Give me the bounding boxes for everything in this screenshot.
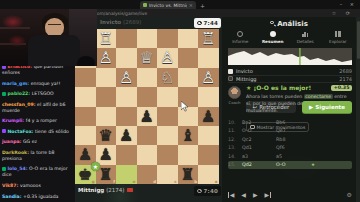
chat-message: Krumpli: f4 y a romper [2, 118, 73, 124]
square-a5[interactable]: ♟ [198, 107, 219, 126]
square-f7[interactable]: ♟ [96, 145, 117, 164]
black-p-piece[interactable]: ♟ [96, 145, 117, 164]
details-icon [302, 31, 308, 37]
search-icon [270, 21, 275, 26]
square-f3[interactable] [96, 68, 117, 87]
white-n-piece[interactable]: ♘ [157, 68, 178, 87]
playback-controls[interactable]: ◀ ◀ ▶ ▶ ⚙ [228, 191, 352, 198]
browser-tabstrip: Invicto vs. Mittnigg - Análisis × + – × [0, 0, 360, 9]
player-flag-badge [127, 188, 133, 192]
black-move[interactable]: O-O [276, 162, 310, 167]
next-button[interactable]: ▶ Siguiente [302, 101, 352, 113]
move-number: 15. [228, 162, 242, 167]
jump-start-icon[interactable]: ◀ [228, 191, 234, 198]
panel-tab-informe[interactable]: Informe [224, 30, 257, 50]
square-g6[interactable] [75, 126, 96, 145]
square-a7[interactable] [198, 145, 219, 164]
black-p-piece[interactable]: ♟ [116, 126, 137, 145]
chat-text: enroque ya!! [31, 81, 61, 86]
jump-end-icon[interactable]: ▶ [265, 191, 271, 198]
square-d4[interactable] [137, 87, 158, 106]
square-c2[interactable]: ♙ [157, 48, 178, 67]
summary-icon [270, 31, 276, 37]
panel-scrollbar[interactable] [356, 17, 360, 202]
panel-tab-resumen[interactable]: Resumen [257, 30, 290, 50]
chat-message: maria_gm: enroque ya!! [2, 81, 73, 87]
clock-icon [197, 189, 202, 194]
square-d7[interactable] [137, 145, 158, 164]
move-list[interactable]: 10.Be2Bb611.O-OQe712.Qc2Rb813.Qd1Qf614.a… [228, 118, 352, 169]
chat-username[interactable]: lolo_54: [8, 166, 30, 171]
back-icon: ↩ [253, 104, 258, 110]
white-p-piece[interactable]: ♙ [157, 48, 178, 67]
square-e4[interactable] [116, 87, 137, 106]
players-table: Invicto2689Mittnigg2174 [228, 68, 352, 83]
black-move[interactable]: Bb6 [276, 120, 310, 125]
chat-message: pablo22: LETSGOO [2, 91, 73, 97]
explore-icon [335, 31, 341, 37]
file-coordinate: b [194, 179, 197, 184]
square-d1[interactable] [137, 29, 158, 48]
chat-message: Vik87: vamooos [2, 183, 73, 189]
shelf [0, 43, 26, 45]
square-a2[interactable] [198, 48, 219, 67]
chat-message: Sandia: +0.35 igualada [2, 194, 73, 200]
streamer-body [28, 35, 80, 66]
best-move-star-icon: ★ [246, 84, 251, 91]
next-move-icon[interactable]: ▶ [253, 191, 258, 198]
square-d8[interactable]: d [137, 165, 158, 184]
tab-title: Invicto vs. Mittnigg - Análisis [149, 3, 187, 8]
square-d5[interactable]: ♟ [137, 107, 158, 126]
square-f4[interactable] [96, 87, 117, 106]
chat-username[interactable]: chessfan_09: [2, 102, 37, 107]
player-row-black: Mittnigg2174 [228, 76, 352, 84]
move-number: 11. [228, 128, 242, 133]
square-a8[interactable]: a [198, 165, 219, 184]
chat-username[interactable]: juanpa: [2, 139, 23, 144]
square-e7[interactable] [116, 145, 137, 164]
square-e6[interactable]: ♟ [116, 126, 137, 145]
shelf [0, 27, 30, 29]
report-icon [237, 31, 243, 37]
black-q-piece[interactable]: ♛ [96, 126, 117, 145]
chat-text: vamooos [20, 183, 41, 188]
prev-move-icon[interactable]: ◀ [241, 191, 246, 198]
top-player-clock: 7:44 [194, 18, 221, 28]
webcam-feed [0, 9, 97, 66]
top-player-name: Invicto (2689) [100, 19, 141, 25]
site-favicon [143, 3, 147, 7]
bottom-player-clock: 7:40 [194, 186, 221, 196]
square-e1[interactable] [116, 29, 137, 48]
chat-username[interactable]: Sandia: [2, 194, 23, 199]
move-number: 13. [228, 145, 242, 150]
move-row[interactable]: 11.O-OQe7 [228, 127, 352, 136]
player-name: Mittnigg [236, 76, 339, 82]
square-e8[interactable]: e [116, 165, 137, 184]
square-d6[interactable] [137, 126, 158, 145]
player-row-white: Invicto2689 [228, 68, 352, 76]
black-move[interactable]: a5 [276, 154, 310, 159]
square-b2[interactable] [178, 48, 199, 67]
evaluation-graph[interactable] [228, 48, 352, 65]
square-a6[interactable] [198, 126, 219, 145]
chat-username[interactable]: DarkRook: [2, 150, 31, 155]
square-c3[interactable]: ♘ [157, 68, 178, 87]
square-c6[interactable] [157, 126, 178, 145]
move-row[interactable]: 10.Be2Bb6 [228, 118, 352, 127]
panel-tab-explorar[interactable]: Explorar [322, 30, 355, 50]
chat-message: lolo_54: O-O era la mejor dice [2, 166, 73, 178]
square-e3[interactable]: ♙ [116, 68, 137, 87]
best-move-star-icon: ★ [91, 162, 100, 171]
black-b-piece[interactable]: ♝ [178, 126, 199, 145]
tab-label: Explorar [322, 39, 355, 44]
new-tab-button[interactable]: + [200, 2, 205, 9]
white-p-piece[interactable]: ♙ [116, 68, 137, 87]
file-coordinate: a [215, 179, 218, 184]
tab-label: Informe [224, 39, 257, 44]
chat-username[interactable]: NoctaFox: [8, 129, 36, 134]
file-coordinate: d [153, 179, 156, 184]
move-row[interactable]: 12.Qc2Rb8 [228, 135, 352, 144]
chat-message: DarkRook: la torre b8 presiona [2, 150, 73, 162]
square-a1[interactable]: ♖ [198, 29, 219, 48]
panel-tab-detalles[interactable]: Detalles [289, 30, 322, 50]
coach-avatar [228, 86, 241, 99]
move-number: 12. [228, 137, 242, 142]
chat-text: +0.35 igualada [23, 194, 58, 199]
square-e5[interactable] [116, 107, 137, 126]
panel-title: Análisis [222, 20, 356, 28]
square-c7[interactable] [157, 145, 178, 164]
chat-username[interactable]: maria_gm: [2, 81, 31, 86]
square-b3[interactable] [178, 68, 199, 87]
microphone [77, 56, 95, 66]
bottom-player-bar: Mittnigg (2174) 7:40 [75, 186, 221, 198]
analysis-panel: Análisis InformeResumenDetallesExplorar … [222, 17, 360, 202]
square-g4[interactable] [75, 87, 96, 106]
window-controls[interactable]: – × [340, 1, 357, 7]
stream-frame: Invicto vs. Mittnigg - Análisis × + – × … [0, 0, 360, 202]
square-c8[interactable]: c [157, 165, 178, 184]
square-b6[interactable]: ♝ [178, 126, 199, 145]
chat-badge-icon [2, 92, 6, 96]
browser-tab[interactable]: Invicto vs. Mittnigg - Análisis × [140, 1, 196, 9]
move-row[interactable]: 15.Qd2O-O★ [228, 161, 352, 170]
white-q-piece[interactable]: ♕ [137, 48, 158, 67]
black-move[interactable]: Rb8 [276, 137, 310, 142]
player-rating: 2689 [339, 68, 352, 74]
player-name: Invicto [236, 68, 339, 74]
chat-message: chessfan_09: el alfil de b6 muerde [2, 102, 73, 114]
chat-text: LETSGOO [32, 91, 54, 96]
square-c5[interactable] [157, 107, 178, 126]
white-move[interactable]: Be2 [242, 120, 276, 125]
close-tab-icon[interactable]: × [189, 2, 193, 8]
move-row[interactable]: 13.Qd1Qf6 [228, 144, 352, 153]
eval-badge: +0.35 [331, 85, 352, 91]
square-d2[interactable]: ♕ [137, 48, 158, 67]
chat-text: f4 y a romper [26, 118, 57, 123]
bookmark-refresh-icons[interactable]: ☆ ⟳ [332, 10, 354, 16]
bottom-player-name: Mittnigg (2174) [78, 187, 133, 193]
chat-message: juanpa: GG ez [2, 139, 73, 145]
best-move-text: ¡O-O es la mejor! [253, 84, 329, 91]
file-coordinate: e [133, 179, 136, 184]
chat-panel[interactable]: ElTactico: qué partidón señoresmaria_gm:… [0, 60, 75, 202]
move-number: 10. [228, 120, 242, 125]
chat-username[interactable]: Krumpli: [2, 118, 26, 123]
square-e2[interactable] [116, 48, 137, 67]
square-f6[interactable]: ♛ [96, 126, 117, 145]
square-f5[interactable] [96, 107, 117, 126]
back-button[interactable]: ↩ Retroceder [246, 101, 296, 113]
white-move[interactable]: Qc2 [242, 137, 276, 142]
coach-label: Coach [224, 100, 245, 105]
file-coordinate: c [174, 179, 176, 184]
square-a4[interactable] [198, 87, 219, 106]
chat-text: GG ez [23, 139, 37, 144]
next-icon: ▶ [309, 104, 313, 110]
file-coordinate: g [92, 179, 95, 184]
square-a3[interactable]: ♙ [198, 68, 219, 87]
black-move[interactable]: Qf6 [276, 145, 310, 150]
file-coordinate: f [113, 179, 115, 184]
square-c1[interactable] [157, 29, 178, 48]
chat-badge-icon [2, 129, 6, 133]
white-move[interactable]: O-O [242, 128, 276, 133]
streamer-brow [48, 24, 61, 25]
move-chip[interactable]: conectarse [304, 94, 333, 99]
square-f1[interactable]: ♖ [96, 29, 117, 48]
best-move-star-icon: ★ [311, 162, 315, 167]
square-b1[interactable] [178, 29, 199, 48]
chat-username[interactable]: pablo22: [8, 91, 32, 96]
move-number: 14. [228, 154, 242, 159]
black-p-piece[interactable]: ♟ [198, 107, 219, 126]
clock-icon [197, 21, 202, 26]
white-move[interactable]: Qd2 [242, 162, 276, 167]
square-d3[interactable] [137, 68, 158, 87]
square-b7[interactable] [178, 145, 199, 164]
red-led-glow [8, 35, 26, 47]
white-move[interactable]: a3 [242, 154, 276, 159]
black-move[interactable]: Qe7 [276, 128, 310, 133]
square-g3[interactable] [75, 68, 96, 87]
move-row[interactable]: 14.a3a5 [228, 152, 352, 161]
tab-label: Detalles [289, 39, 322, 44]
player-rating: 2174 [339, 76, 352, 82]
square-g5[interactable] [75, 107, 96, 126]
settings-gear-icon[interactable]: ⚙ [347, 191, 352, 198]
mouse-cursor [181, 101, 189, 112]
chat-username[interactable]: Vik87: [2, 183, 20, 188]
white-r-piece[interactable]: ♖ [198, 29, 219, 48]
black-piece-icon [228, 76, 233, 81]
chat-text: tiene d5 sólido [35, 129, 69, 134]
panel-tabs[interactable]: InformeResumenDetallesExplorar [224, 30, 354, 50]
white-piece-icon [228, 69, 233, 74]
white-p-piece[interactable]: ♙ [198, 68, 219, 87]
white-r-piece[interactable]: ♖ [96, 29, 117, 48]
chat-message: NoctaFox: tiene d5 sólido [2, 129, 73, 135]
black-p-piece[interactable]: ♟ [137, 107, 158, 126]
white-move[interactable]: Qd1 [242, 145, 276, 150]
chat-badge-icon [2, 167, 6, 171]
square-c4[interactable] [157, 87, 178, 106]
white-p-piece[interactable]: ♙ [96, 48, 117, 67]
square-f2[interactable]: ♙ [96, 48, 117, 67]
tab-label: Resumen [257, 39, 290, 44]
square-b8[interactable]: ♜b [178, 165, 199, 184]
